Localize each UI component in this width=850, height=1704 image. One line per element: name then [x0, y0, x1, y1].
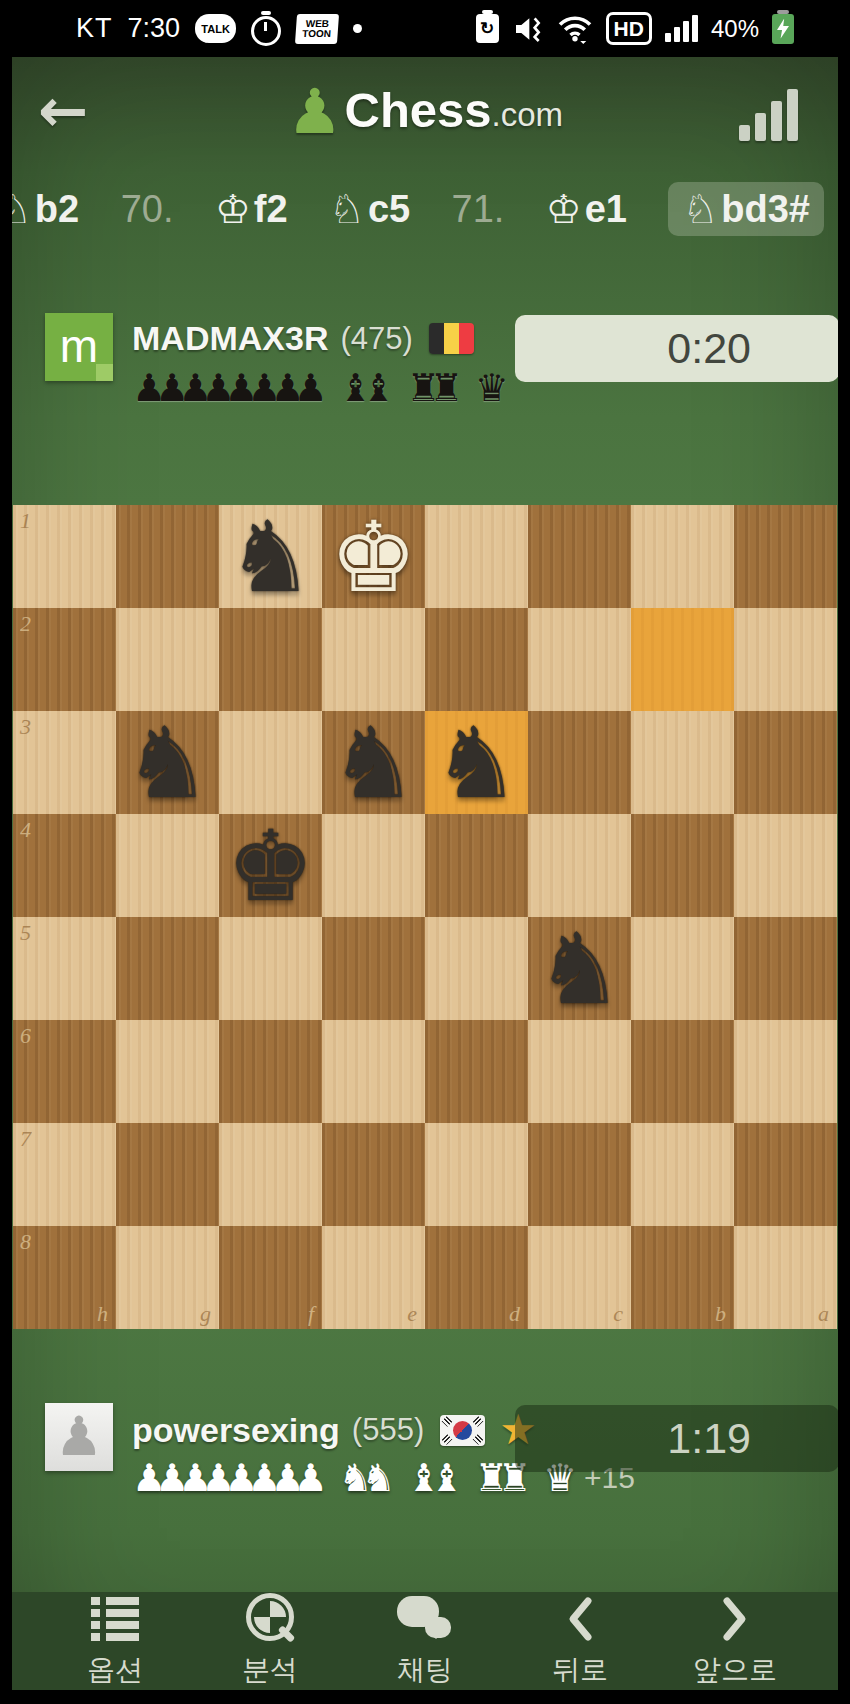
square-h8[interactable]: 8h: [13, 1226, 116, 1329]
player-bottom-name: powersexing: [132, 1411, 340, 1450]
captured-pawns: ♟♟♟♟♟♟♟♟: [132, 366, 317, 410]
logo-pawn-icon: ♟: [287, 81, 343, 143]
player-top-clock: 0:20: [515, 315, 838, 382]
bottom-edge: [12, 1690, 838, 1696]
square-b5[interactable]: [631, 917, 734, 1020]
file-label: f: [308, 1301, 314, 1327]
square-g1[interactable]: [116, 505, 219, 608]
square-d6[interactable]: [425, 1020, 528, 1123]
move-token[interactable]: ♘ c5: [329, 186, 410, 232]
square-d4[interactable]: [425, 814, 528, 917]
square-h4[interactable]: 4: [13, 814, 116, 917]
square-h7[interactable]: 7: [13, 1123, 116, 1226]
nav-chat-button[interactable]: 채팅: [370, 1593, 480, 1689]
black-knight-g3[interactable]: ♞: [116, 711, 219, 815]
square-c8[interactable]: c: [528, 1226, 631, 1329]
square-b3[interactable]: [631, 711, 734, 814]
move-token-current[interactable]: ♘ bd3#: [668, 182, 824, 236]
square-c2[interactable]: [528, 608, 631, 711]
file-label: a: [818, 1301, 829, 1327]
square-e5[interactable]: [322, 917, 425, 1020]
square-d7[interactable]: [425, 1123, 528, 1226]
player-top-name: MADMAX3R: [132, 319, 328, 358]
square-d8[interactable]: d: [425, 1226, 528, 1329]
square-f5[interactable]: [219, 917, 322, 1020]
square-f8[interactable]: f: [219, 1226, 322, 1329]
square-a7[interactable]: [734, 1123, 837, 1226]
square-g4[interactable]: [116, 814, 219, 917]
battery-percent-label: 40%: [711, 15, 759, 43]
square-f1[interactable]: ♞: [219, 505, 322, 608]
player-bottom-clock: 1:19: [515, 1405, 838, 1472]
square-g2[interactable]: [116, 608, 219, 711]
logo-text: Chess: [345, 81, 492, 139]
chat-icon: [397, 1596, 453, 1642]
rank-label: 3: [20, 714, 31, 740]
battery-saver-icon: ↻: [476, 14, 499, 43]
square-a1[interactable]: [734, 505, 837, 608]
square-f4[interactable]: ♚: [219, 814, 322, 917]
square-d2[interactable]: [425, 608, 528, 711]
signal-strength-icon: [665, 15, 698, 42]
square-a5[interactable]: [734, 917, 837, 1020]
black-knight-d3[interactable]: ♞: [425, 711, 528, 815]
move-number: 71.: [452, 188, 505, 231]
file-label: b: [715, 1301, 726, 1327]
square-a3[interactable]: [734, 711, 837, 814]
square-f2[interactable]: [219, 608, 322, 711]
square-f3[interactable]: [219, 711, 322, 814]
white-king-e1[interactable]: ♚: [322, 505, 425, 609]
square-h1[interactable]: 1: [13, 505, 116, 608]
square-c3[interactable]: [528, 711, 631, 814]
square-c4[interactable]: [528, 814, 631, 917]
captured-bishops: ♝♝: [339, 366, 385, 410]
king-move-icon: ♔: [546, 186, 582, 232]
square-b4[interactable]: [631, 814, 734, 917]
wifi-icon: [557, 14, 593, 44]
notification-dot-icon: [353, 24, 362, 33]
square-g7[interactable]: [116, 1123, 219, 1226]
square-b6[interactable]: [631, 1020, 734, 1123]
square-f7[interactable]: [219, 1123, 322, 1226]
connection-strength-icon: [739, 89, 798, 141]
knight-move-icon: ♘: [329, 186, 365, 232]
move-token[interactable]: ♘ b2: [12, 186, 79, 232]
nav-back-button[interactable]: 뒤로: [525, 1593, 635, 1689]
square-a4[interactable]: [734, 814, 837, 917]
captured-queens: ♛: [475, 366, 498, 410]
bottom-nav-bar: 옵션 분석 채팅 뒤로: [12, 1592, 838, 1690]
square-h2[interactable]: 2: [13, 608, 116, 711]
nav-analysis-button[interactable]: 분석: [215, 1593, 325, 1689]
square-c5[interactable]: ♞: [528, 917, 631, 1020]
file-label: c: [613, 1301, 623, 1327]
square-f6[interactable]: [219, 1020, 322, 1123]
stopwatch-icon: [251, 16, 281, 46]
clock-time: 7:30: [128, 13, 181, 44]
square-g3[interactable]: ♞: [116, 711, 219, 814]
chess-app: ← ♟ Chess .com ♘ b2 70. ♔ f2 ♘ c5: [12, 57, 838, 1696]
player-bottom-rating: (555): [352, 1412, 424, 1448]
black-knight-f1[interactable]: ♞: [219, 505, 322, 609]
chess-board: 1♞♚23♞♞♞4♚5♞678hgfedcba: [13, 505, 837, 1329]
square-a8[interactable]: a: [734, 1226, 837, 1329]
square-b2[interactable]: [631, 608, 734, 711]
move-token[interactable]: ♔ f2: [215, 186, 288, 232]
square-e2[interactable]: [322, 608, 425, 711]
captured-rooks: ♜♜: [407, 366, 453, 410]
square-e6[interactable]: [322, 1020, 425, 1123]
carrier-label: KT: [76, 13, 113, 44]
king-move-icon: ♔: [215, 186, 251, 232]
square-a2[interactable]: [734, 608, 837, 711]
square-e8[interactable]: e: [322, 1226, 425, 1329]
square-c6[interactable]: [528, 1020, 631, 1123]
captured-knights: ♞♞: [339, 1456, 385, 1500]
move-list: ♘ b2 70. ♔ f2 ♘ c5 71. ♔ e1 ♘ bd3#: [12, 170, 838, 248]
nav-forward-button[interactable]: 앞으로: [680, 1593, 790, 1689]
captured-bishops: ♝♝: [407, 1456, 453, 1500]
chesscom-logo: ♟ Chess .com: [12, 77, 838, 139]
mute-vibrate-icon: [512, 13, 544, 45]
square-e3[interactable]: ♞: [322, 711, 425, 814]
square-a6[interactable]: [734, 1020, 837, 1123]
rank-label: 6: [20, 1023, 31, 1049]
square-e1[interactable]: ♚: [322, 505, 425, 608]
webtoon-icon: WEBTOON: [295, 14, 339, 44]
square-b1[interactable]: [631, 505, 734, 608]
player-top-avatar[interactable]: m: [45, 313, 113, 381]
black-king-f4[interactable]: ♚: [219, 814, 322, 918]
player-top-nameline[interactable]: MADMAX3R (475): [132, 319, 474, 358]
rank-label: 5: [20, 920, 31, 946]
square-b8[interactable]: b: [631, 1226, 734, 1329]
black-knight-c5[interactable]: ♞: [528, 917, 631, 1021]
south-korea-flag-icon: [440, 1415, 485, 1446]
screen: KT 7:30 TALK WEBTOON ↻ HD: [0, 0, 850, 1704]
square-g5[interactable]: [116, 917, 219, 1020]
square-h5[interactable]: 5: [13, 917, 116, 1020]
square-h6[interactable]: 6: [13, 1020, 116, 1123]
square-d1[interactable]: [425, 505, 528, 608]
square-d5[interactable]: [425, 917, 528, 1020]
options-list-icon: [91, 1597, 139, 1641]
square-d3[interactable]: ♞: [425, 711, 528, 814]
status-bar: KT 7:30 TALK WEBTOON ↻ HD: [0, 0, 850, 57]
black-knight-e3[interactable]: ♞: [322, 711, 425, 815]
player-top-captured-tray: ♟♟♟♟♟♟♟♟♝♝♜♜♛: [132, 365, 520, 411]
nav-options-button[interactable]: 옵션: [60, 1593, 170, 1689]
square-e7[interactable]: [322, 1123, 425, 1226]
analysis-icon: [244, 1593, 296, 1645]
file-label: g: [200, 1301, 211, 1327]
player-bottom-avatar[interactable]: ♟: [45, 1403, 113, 1471]
player-top-rating: (475): [340, 321, 412, 357]
app-header: ← ♟ Chess .com: [12, 57, 838, 170]
pawn-avatar-icon: ♟: [55, 1407, 103, 1467]
square-c1[interactable]: [528, 505, 631, 608]
rank-label: 7: [20, 1126, 31, 1152]
file-label: d: [509, 1301, 520, 1327]
file-label: h: [97, 1301, 108, 1327]
knight-move-icon: ♘: [682, 186, 718, 232]
move-number: 70.: [121, 188, 174, 231]
logo-suffix: .com: [492, 91, 564, 139]
player-bottom-nameline[interactable]: powersexing (555) ★: [132, 1409, 537, 1451]
kakaotalk-icon: TALK: [195, 14, 236, 43]
back-icon: [565, 1595, 595, 1643]
square-g8[interactable]: g: [116, 1226, 219, 1329]
square-b7[interactable]: [631, 1123, 734, 1226]
move-token[interactable]: ♔ e1: [546, 186, 627, 232]
rank-label: 2: [20, 611, 31, 637]
captured-pawns: ♟♟♟♟♟♟♟♟: [132, 1456, 317, 1500]
belgium-flag-icon: [429, 323, 474, 354]
square-e4[interactable]: [322, 814, 425, 917]
square-g6[interactable]: [116, 1020, 219, 1123]
rank-label: 8: [20, 1229, 31, 1255]
knight-move-icon: ♘: [12, 186, 32, 232]
square-c7[interactable]: [528, 1123, 631, 1226]
forward-icon: [720, 1595, 750, 1643]
file-label: e: [407, 1301, 417, 1327]
hd-voice-icon: HD: [606, 12, 652, 45]
battery-charging-icon: [772, 14, 794, 44]
rank-label: 1: [20, 508, 31, 534]
square-h3[interactable]: 3: [13, 711, 116, 814]
rank-label: 4: [20, 817, 31, 843]
